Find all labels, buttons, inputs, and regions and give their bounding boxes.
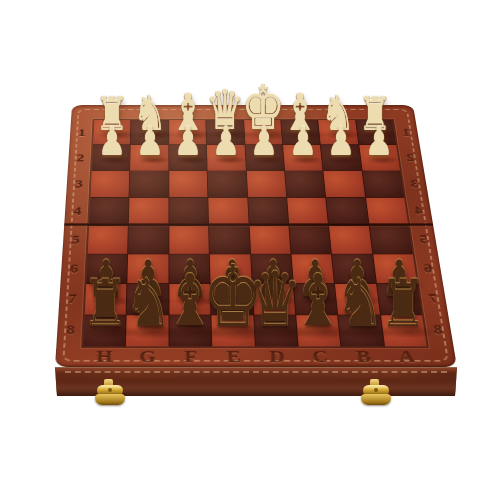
square-d2 [245, 145, 284, 170]
square-c1 [281, 120, 320, 144]
square-a7 [377, 284, 422, 314]
square-d8 [254, 315, 298, 346]
square-h6 [86, 254, 127, 283]
square-f1 [169, 120, 206, 144]
square-e7 [211, 284, 253, 314]
rank-label-right-3: 3 [410, 179, 419, 189]
square-d4 [248, 198, 288, 225]
clasp-pin [108, 388, 112, 392]
square-a1 [356, 120, 396, 144]
square-c8 [296, 315, 340, 346]
clasp-plate [361, 394, 391, 405]
rank-label-right-4: 4 [414, 206, 424, 217]
square-a6 [373, 254, 417, 283]
square-b2 [321, 145, 361, 170]
file-label-d: D [269, 349, 285, 365]
rank-label-left-1: 1 [78, 128, 86, 138]
square-d6 [251, 254, 293, 283]
square-e5 [209, 226, 250, 254]
rank-label-right-1: 1 [401, 128, 410, 138]
chess-board [83, 120, 427, 346]
square-g7 [127, 284, 168, 314]
board-surface: HGFEDCBA1234567812345678 [55, 105, 457, 367]
clasp-pin [374, 388, 378, 392]
square-f3 [169, 171, 207, 197]
square-c7 [294, 284, 338, 314]
rank-label-right-5: 5 [418, 234, 428, 245]
square-e4 [208, 198, 248, 225]
rank-label-left-4: 4 [73, 206, 81, 217]
file-label-f: F [184, 349, 197, 365]
square-h8 [83, 315, 126, 346]
rank-label-left-3: 3 [75, 179, 83, 189]
clasp-plate [95, 394, 125, 405]
square-d3 [246, 171, 286, 197]
file-label-b: B [356, 349, 372, 365]
square-e6 [210, 254, 251, 283]
file-label-e: E [227, 349, 242, 365]
square-h7 [85, 284, 127, 314]
square-f4 [169, 198, 208, 225]
square-b5 [329, 226, 372, 254]
file-label-h: H [96, 349, 113, 365]
square-f8 [169, 315, 211, 346]
square-h1 [93, 120, 131, 144]
rank-label-left-5: 5 [72, 234, 81, 245]
square-a5 [369, 226, 412, 254]
square-d5 [249, 226, 290, 254]
file-label-a: A [398, 349, 415, 365]
square-f6 [169, 254, 210, 283]
square-c3 [285, 171, 325, 197]
square-g6 [128, 254, 169, 283]
rank-label-left-7: 7 [68, 293, 77, 305]
square-a4 [366, 198, 409, 225]
rank-label-right-2: 2 [405, 153, 414, 163]
square-b4 [326, 198, 368, 225]
square-e2 [207, 145, 245, 170]
rank-label-right-6: 6 [423, 263, 433, 275]
square-e3 [208, 171, 247, 197]
rank-label-right-8: 8 [432, 324, 442, 337]
square-h3 [90, 171, 129, 197]
square-g3 [130, 171, 168, 197]
square-g2 [130, 145, 168, 170]
square-f7 [169, 284, 210, 314]
square-b6 [332, 254, 376, 283]
square-b8 [338, 315, 383, 346]
square-f5 [169, 226, 209, 254]
square-a3 [362, 171, 404, 197]
rank-label-left-2: 2 [76, 153, 84, 163]
rank-label-left-6: 6 [70, 263, 79, 275]
square-g5 [128, 226, 168, 254]
file-label-g: G [139, 349, 156, 365]
square-c4 [287, 198, 328, 225]
square-b1 [318, 120, 358, 144]
square-f2 [169, 145, 207, 170]
square-e8 [212, 315, 255, 346]
square-h4 [89, 198, 129, 225]
chess-set-product-photo: HGFEDCBA1234567812345678 ♜♞♝♛♚♝♞♜♟♟♟♟♟♟♟… [0, 0, 500, 500]
square-g4 [129, 198, 168, 225]
square-h5 [88, 226, 128, 254]
square-c5 [289, 226, 331, 254]
square-b3 [324, 171, 365, 197]
square-d1 [244, 120, 282, 144]
square-b7 [335, 284, 379, 314]
square-a2 [359, 145, 400, 170]
rank-label-left-8: 8 [66, 324, 75, 337]
square-h2 [92, 145, 130, 170]
square-d7 [252, 284, 295, 314]
square-a8 [381, 315, 427, 346]
square-e1 [206, 120, 244, 144]
case-front-stitching [65, 371, 447, 373]
file-label-c: C [312, 349, 329, 365]
rank-label-right-7: 7 [427, 293, 437, 305]
square-c6 [291, 254, 334, 283]
brass-clasp-left-icon [93, 379, 127, 405]
square-g8 [126, 315, 168, 346]
brass-clasp-right-icon [359, 379, 393, 405]
square-c2 [283, 145, 323, 170]
square-g1 [131, 120, 168, 144]
